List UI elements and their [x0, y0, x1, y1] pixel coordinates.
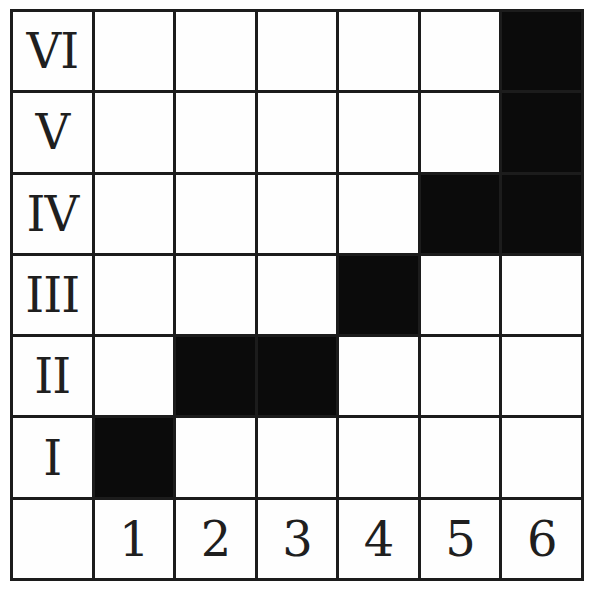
row-label-cell: V [13, 93, 92, 171]
row-label-cell: III [13, 256, 92, 334]
grid-cell-IV-1[interactable] [95, 175, 174, 253]
figure-canvas: VIVIVIIIIII123456 [0, 0, 596, 594]
grid-cell-IV-2[interactable] [176, 175, 255, 253]
grid-cell-IV-3[interactable] [258, 175, 337, 253]
grid-cell-VI-1[interactable] [95, 12, 174, 90]
grid-cell-II-1[interactable] [95, 337, 174, 415]
grid-cell-III-1[interactable] [95, 256, 174, 334]
grid-cell-I-1[interactable] [95, 418, 174, 496]
grid-cell-V-1[interactable] [95, 93, 174, 171]
corner-cell [13, 500, 92, 578]
grid-cell-III-5[interactable] [421, 256, 500, 334]
grid-cell-IV-4[interactable] [339, 175, 418, 253]
grid-cell-V-4[interactable] [339, 93, 418, 171]
grid-cell-IV-5[interactable] [421, 175, 500, 253]
col-label-cell: 2 [176, 500, 255, 578]
grid-cell-II-6[interactable] [502, 337, 581, 415]
grid-cell-I-4[interactable] [339, 418, 418, 496]
grid-cell-VI-5[interactable] [421, 12, 500, 90]
grid-cell-V-2[interactable] [176, 93, 255, 171]
grid-cell-III-2[interactable] [176, 256, 255, 334]
grid-cell-III-3[interactable] [258, 256, 337, 334]
grid-cell-I-3[interactable] [258, 418, 337, 496]
grid-cell-II-2[interactable] [176, 337, 255, 415]
board-grid: VIVIVIIIIII123456 [10, 9, 584, 581]
grid-cell-VI-6[interactable] [502, 12, 581, 90]
col-label-cell: 3 [258, 500, 337, 578]
grid-cell-IV-6[interactable] [502, 175, 581, 253]
row-label-cell: I [13, 418, 92, 496]
grid-cell-III-6[interactable] [502, 256, 581, 334]
grid-cell-II-3[interactable] [258, 337, 337, 415]
col-label-cell: 6 [502, 500, 581, 578]
row-label-cell: IV [13, 175, 92, 253]
grid-cell-VI-2[interactable] [176, 12, 255, 90]
row-label-cell: VI [13, 12, 92, 90]
col-label-cell: 5 [421, 500, 500, 578]
row-label-cell: II [13, 337, 92, 415]
grid-cell-V-3[interactable] [258, 93, 337, 171]
grid-cell-VI-4[interactable] [339, 12, 418, 90]
grid-cell-I-6[interactable] [502, 418, 581, 496]
grid-cell-II-4[interactable] [339, 337, 418, 415]
grid-cell-I-5[interactable] [421, 418, 500, 496]
grid-cell-I-2[interactable] [176, 418, 255, 496]
grid-cell-VI-3[interactable] [258, 12, 337, 90]
grid-cell-V-5[interactable] [421, 93, 500, 171]
grid-cell-V-6[interactable] [502, 93, 581, 171]
grid-cell-II-5[interactable] [421, 337, 500, 415]
col-label-cell: 1 [95, 500, 174, 578]
col-label-cell: 4 [339, 500, 418, 578]
grid-cell-III-4[interactable] [339, 256, 418, 334]
